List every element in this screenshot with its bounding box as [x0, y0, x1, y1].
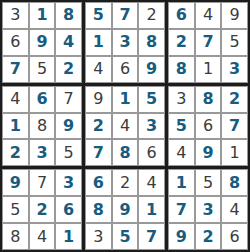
sudoku-block-4: 467189235: [2, 86, 82, 167]
sudoku-block-8: 624891357: [85, 169, 165, 250]
sudoku-cell-r7c3[interactable]: 3: [55, 169, 82, 196]
sudoku-cell-r8c5[interactable]: 9: [112, 196, 139, 223]
sudoku-cell-r3c8[interactable]: 1: [195, 56, 222, 83]
sudoku-cell-r7c6[interactable]: 4: [138, 169, 165, 196]
sudoku-cell-r5c4[interactable]: 2: [85, 113, 112, 140]
sudoku-cell-r9c9[interactable]: 6: [221, 223, 248, 250]
sudoku-cell-r3c3[interactable]: 2: [55, 56, 82, 83]
sudoku-cell-r5c3[interactable]: 9: [55, 113, 82, 140]
sudoku-cell-r9c1[interactable]: 8: [2, 223, 29, 250]
sudoku-cell-r1c9[interactable]: 9: [221, 2, 248, 29]
sudoku-cell-r1c5[interactable]: 7: [112, 2, 139, 29]
sudoku-cell-r6c7[interactable]: 4: [168, 139, 195, 166]
sudoku-block-2: 572138469: [85, 2, 165, 83]
sudoku-cell-r3c4[interactable]: 4: [85, 56, 112, 83]
sudoku-cell-r6c6[interactable]: 6: [138, 139, 165, 166]
sudoku-cell-r7c7[interactable]: 1: [168, 169, 195, 196]
sudoku-cell-r6c1[interactable]: 2: [2, 139, 29, 166]
sudoku-cell-r7c5[interactable]: 2: [112, 169, 139, 196]
sudoku-cell-r6c5[interactable]: 8: [112, 139, 139, 166]
sudoku-cell-r4c3[interactable]: 7: [55, 86, 82, 113]
sudoku-cell-r3c5[interactable]: 6: [112, 56, 139, 83]
sudoku-cell-r9c3[interactable]: 1: [55, 223, 82, 250]
sudoku-cell-r2c4[interactable]: 1: [85, 29, 112, 56]
sudoku-cell-r8c3[interactable]: 6: [55, 196, 82, 223]
sudoku-cell-r3c7[interactable]: 8: [168, 56, 195, 83]
sudoku-cell-r5c7[interactable]: 5: [168, 113, 195, 140]
sudoku-cell-r4c9[interactable]: 2: [221, 86, 248, 113]
sudoku-cell-r4c4[interactable]: 9: [85, 86, 112, 113]
sudoku-cell-r9c2[interactable]: 4: [29, 223, 56, 250]
sudoku-cell-r3c6[interactable]: 9: [138, 56, 165, 83]
sudoku-block-9: 158734926: [168, 169, 248, 250]
sudoku-cell-r7c1[interactable]: 9: [2, 169, 29, 196]
sudoku-cell-r1c8[interactable]: 4: [195, 2, 222, 29]
sudoku-cell-r4c6[interactable]: 5: [138, 86, 165, 113]
sudoku-cell-r2c7[interactable]: 2: [168, 29, 195, 56]
sudoku-cell-r9c4[interactable]: 3: [85, 223, 112, 250]
sudoku-cell-r3c2[interactable]: 5: [29, 56, 56, 83]
sudoku-cell-r7c9[interactable]: 8: [221, 169, 248, 196]
sudoku-cell-r9c7[interactable]: 9: [168, 223, 195, 250]
sudoku-cell-r5c5[interactable]: 4: [112, 113, 139, 140]
sudoku-cell-r9c5[interactable]: 5: [112, 223, 139, 250]
sudoku-cell-r6c3[interactable]: 5: [55, 139, 82, 166]
sudoku-cell-r7c2[interactable]: 7: [29, 169, 56, 196]
sudoku-cell-r6c9[interactable]: 1: [221, 139, 248, 166]
sudoku-cell-r4c1[interactable]: 4: [2, 86, 29, 113]
sudoku-cell-r1c1[interactable]: 3: [2, 2, 29, 29]
sudoku-block-5: 915243786: [85, 86, 165, 167]
sudoku-cell-r1c3[interactable]: 8: [55, 2, 82, 29]
sudoku-block-3: 649275813: [168, 2, 248, 83]
sudoku-cell-r4c2[interactable]: 6: [29, 86, 56, 113]
sudoku-cell-r8c9[interactable]: 4: [221, 196, 248, 223]
sudoku-cell-r1c7[interactable]: 6: [168, 2, 195, 29]
sudoku-cell-r7c4[interactable]: 6: [85, 169, 112, 196]
sudoku-cell-r8c4[interactable]: 8: [85, 196, 112, 223]
sudoku-cell-r1c2[interactable]: 1: [29, 2, 56, 29]
sudoku-cell-r6c4[interactable]: 7: [85, 139, 112, 166]
sudoku-cell-r3c9[interactable]: 3: [221, 56, 248, 83]
sudoku-cell-r6c8[interactable]: 9: [195, 139, 222, 166]
sudoku-cell-r2c2[interactable]: 9: [29, 29, 56, 56]
sudoku-cell-r8c7[interactable]: 7: [168, 196, 195, 223]
sudoku-cell-r4c8[interactable]: 8: [195, 86, 222, 113]
sudoku-block-1: 318694752: [2, 2, 82, 83]
sudoku-cell-r5c2[interactable]: 8: [29, 113, 56, 140]
sudoku-cell-r2c9[interactable]: 5: [221, 29, 248, 56]
sudoku-block-6: 382567491: [168, 86, 248, 167]
sudoku-cell-r7c8[interactable]: 5: [195, 169, 222, 196]
sudoku-cell-r4c5[interactable]: 1: [112, 86, 139, 113]
sudoku-cell-r2c8[interactable]: 7: [195, 29, 222, 56]
sudoku-cell-r8c1[interactable]: 5: [2, 196, 29, 223]
sudoku-cell-r3c1[interactable]: 7: [2, 56, 29, 83]
sudoku-cell-r1c4[interactable]: 5: [85, 2, 112, 29]
sudoku-cell-r6c2[interactable]: 3: [29, 139, 56, 166]
sudoku-board: 3186947525721384696492758134671892359152…: [0, 0, 250, 252]
sudoku-cell-r5c8[interactable]: 6: [195, 113, 222, 140]
sudoku-cell-r9c8[interactable]: 2: [195, 223, 222, 250]
sudoku-cell-r4c7[interactable]: 3: [168, 86, 195, 113]
sudoku-cell-r5c9[interactable]: 7: [221, 113, 248, 140]
sudoku-cell-r2c1[interactable]: 6: [2, 29, 29, 56]
sudoku-cell-r2c3[interactable]: 4: [55, 29, 82, 56]
sudoku-cell-r8c8[interactable]: 3: [195, 196, 222, 223]
sudoku-cell-r1c6[interactable]: 2: [138, 2, 165, 29]
sudoku-cell-r5c1[interactable]: 1: [2, 113, 29, 140]
sudoku-cell-r8c2[interactable]: 2: [29, 196, 56, 223]
sudoku-cell-r5c6[interactable]: 3: [138, 113, 165, 140]
sudoku-cell-r2c6[interactable]: 8: [138, 29, 165, 56]
sudoku-cell-r8c6[interactable]: 1: [138, 196, 165, 223]
sudoku-cell-r9c6[interactable]: 7: [138, 223, 165, 250]
sudoku-block-7: 973526841: [2, 169, 82, 250]
sudoku-cell-r2c5[interactable]: 3: [112, 29, 139, 56]
